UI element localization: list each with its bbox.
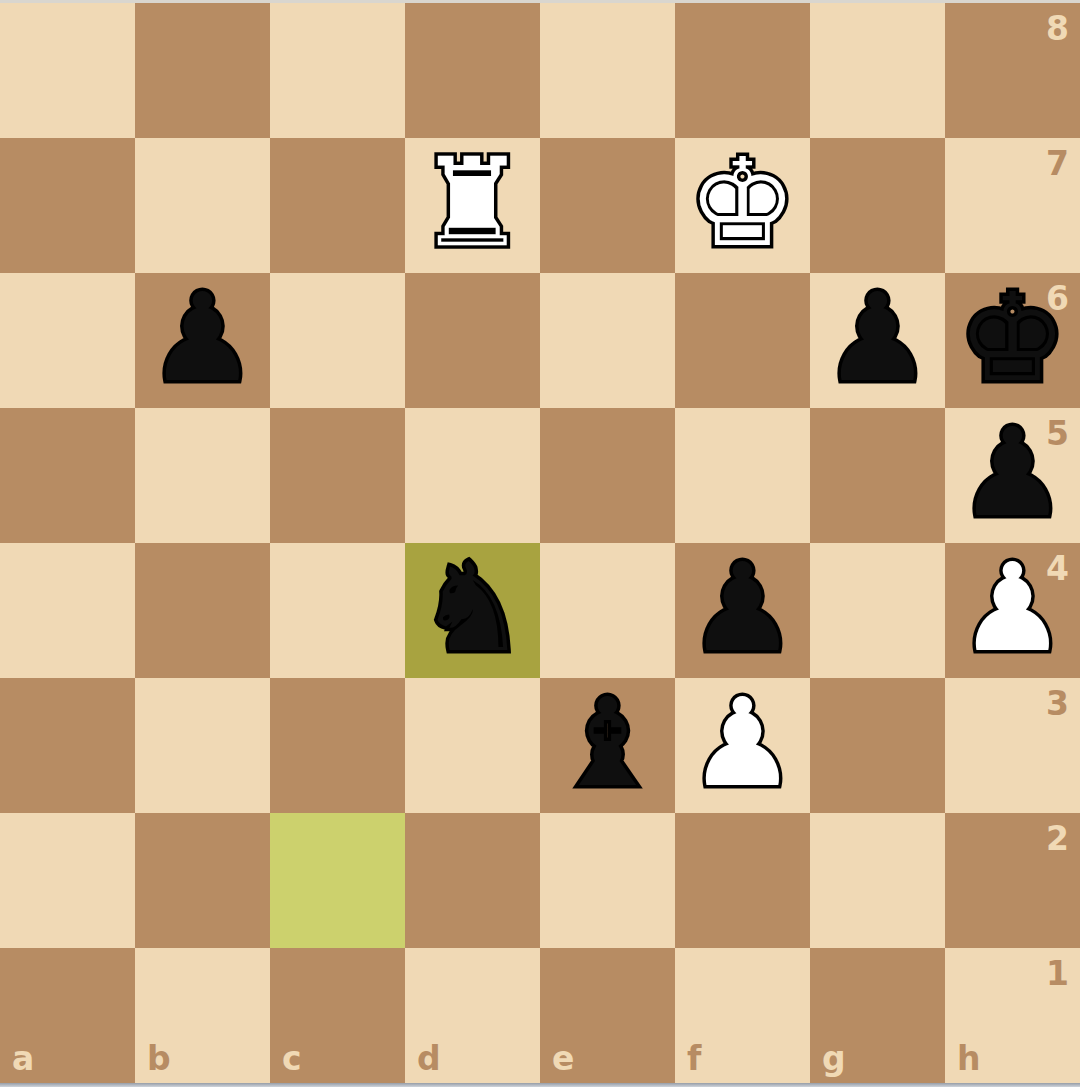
square-b6[interactable]: ♟♟ (135, 273, 270, 408)
square-a1[interactable]: a (0, 948, 135, 1083)
rank-label-3: 3 (1046, 687, 1069, 720)
file-label-d: d (417, 1042, 441, 1075)
page-bottom-edge (0, 1083, 1080, 1087)
square-d6[interactable] (405, 273, 540, 408)
square-d4[interactable]: ♞♞ (405, 543, 540, 678)
square-a6[interactable] (0, 273, 135, 408)
white-rook[interactable]: ♜♜ (405, 138, 540, 273)
square-c6[interactable] (270, 273, 405, 408)
white-pawn-glyph: ♟ (675, 678, 810, 813)
square-g2[interactable] (810, 813, 945, 948)
square-g6[interactable]: ♟♟ (810, 273, 945, 408)
square-c8[interactable] (270, 3, 405, 138)
square-b5[interactable] (135, 408, 270, 543)
square-a5[interactable] (0, 408, 135, 543)
square-c2[interactable] (270, 813, 405, 948)
rank-label-2: 2 (1046, 822, 1069, 855)
square-g3[interactable] (810, 678, 945, 813)
black-pawn-glyph: ♟ (945, 408, 1080, 543)
black-bishop[interactable]: ♝♝ (540, 678, 675, 813)
white-pawn[interactable]: ♟♟ (675, 678, 810, 813)
file-label-g: g (822, 1042, 846, 1075)
square-g5[interactable] (810, 408, 945, 543)
file-label-b: b (147, 1042, 171, 1075)
square-b7[interactable] (135, 138, 270, 273)
square-h4[interactable]: 4♟♟ (945, 543, 1080, 678)
square-d8[interactable] (405, 3, 540, 138)
black-pawn-glyph: ♟ (135, 273, 270, 408)
square-d2[interactable] (405, 813, 540, 948)
square-h6[interactable]: 6♚♚ (945, 273, 1080, 408)
square-a3[interactable] (0, 678, 135, 813)
rank-label-8: 8 (1046, 12, 1069, 45)
square-a4[interactable] (0, 543, 135, 678)
square-b3[interactable] (135, 678, 270, 813)
square-f5[interactable] (675, 408, 810, 543)
square-e5[interactable] (540, 408, 675, 543)
square-d7[interactable]: ♜♜ (405, 138, 540, 273)
square-g1[interactable]: g (810, 948, 945, 1083)
square-d5[interactable] (405, 408, 540, 543)
square-f8[interactable] (675, 3, 810, 138)
white-rook-glyph: ♜ (405, 138, 540, 273)
square-g4[interactable] (810, 543, 945, 678)
white-king-glyph: ♚ (675, 138, 810, 273)
rank-label-1: 1 (1046, 957, 1069, 990)
square-a2[interactable] (0, 813, 135, 948)
rank-label-7: 7 (1046, 147, 1069, 180)
square-h7[interactable]: 7 (945, 138, 1080, 273)
chess-board: 8♜♜♚♚7♟♟♟♟6♚♚5♟♟♞♞♟♟4♟♟♝♝♟♟32abcdefg1h (0, 3, 1080, 1083)
square-e8[interactable] (540, 3, 675, 138)
square-h8[interactable]: 8 (945, 3, 1080, 138)
file-label-h: h (957, 1042, 981, 1075)
square-a8[interactable] (0, 3, 135, 138)
square-e1[interactable]: e (540, 948, 675, 1083)
square-h1[interactable]: 1h (945, 948, 1080, 1083)
square-e6[interactable] (540, 273, 675, 408)
white-pawn-glyph: ♟ (945, 543, 1080, 678)
square-b4[interactable] (135, 543, 270, 678)
square-e7[interactable] (540, 138, 675, 273)
square-f7[interactable]: ♚♚ (675, 138, 810, 273)
square-c1[interactable]: c (270, 948, 405, 1083)
square-c5[interactable] (270, 408, 405, 543)
square-b2[interactable] (135, 813, 270, 948)
square-g8[interactable] (810, 3, 945, 138)
black-pawn[interactable]: ♟♟ (675, 543, 810, 678)
square-h2[interactable]: 2 (945, 813, 1080, 948)
square-f6[interactable] (675, 273, 810, 408)
black-pawn-glyph: ♟ (675, 543, 810, 678)
square-d3[interactable] (405, 678, 540, 813)
white-king[interactable]: ♚♚ (675, 138, 810, 273)
square-e3[interactable]: ♝♝ (540, 678, 675, 813)
square-c3[interactable] (270, 678, 405, 813)
file-label-a: a (12, 1042, 34, 1075)
square-f1[interactable]: f (675, 948, 810, 1083)
black-pawn-glyph: ♟ (810, 273, 945, 408)
file-label-c: c (282, 1042, 302, 1075)
square-a7[interactable] (0, 138, 135, 273)
file-label-e: e (552, 1042, 574, 1075)
square-f2[interactable] (675, 813, 810, 948)
square-e4[interactable] (540, 543, 675, 678)
black-pawn[interactable]: ♟♟ (945, 408, 1080, 543)
square-b1[interactable]: b (135, 948, 270, 1083)
square-f3[interactable]: ♟♟ (675, 678, 810, 813)
black-king-glyph: ♚ (945, 273, 1080, 408)
square-b8[interactable] (135, 3, 270, 138)
black-pawn[interactable]: ♟♟ (810, 273, 945, 408)
black-bishop-glyph: ♝ (540, 678, 675, 813)
black-knight[interactable]: ♞♞ (405, 543, 540, 678)
square-d1[interactable]: d (405, 948, 540, 1083)
square-e2[interactable] (540, 813, 675, 948)
square-f4[interactable]: ♟♟ (675, 543, 810, 678)
black-pawn[interactable]: ♟♟ (135, 273, 270, 408)
white-pawn[interactable]: ♟♟ (945, 543, 1080, 678)
black-knight-glyph: ♞ (405, 543, 540, 678)
square-c7[interactable] (270, 138, 405, 273)
square-g7[interactable] (810, 138, 945, 273)
square-h5[interactable]: 5♟♟ (945, 408, 1080, 543)
black-king[interactable]: ♚♚ (945, 273, 1080, 408)
file-label-f: f (687, 1042, 701, 1075)
square-c4[interactable] (270, 543, 405, 678)
square-h3[interactable]: 3 (945, 678, 1080, 813)
